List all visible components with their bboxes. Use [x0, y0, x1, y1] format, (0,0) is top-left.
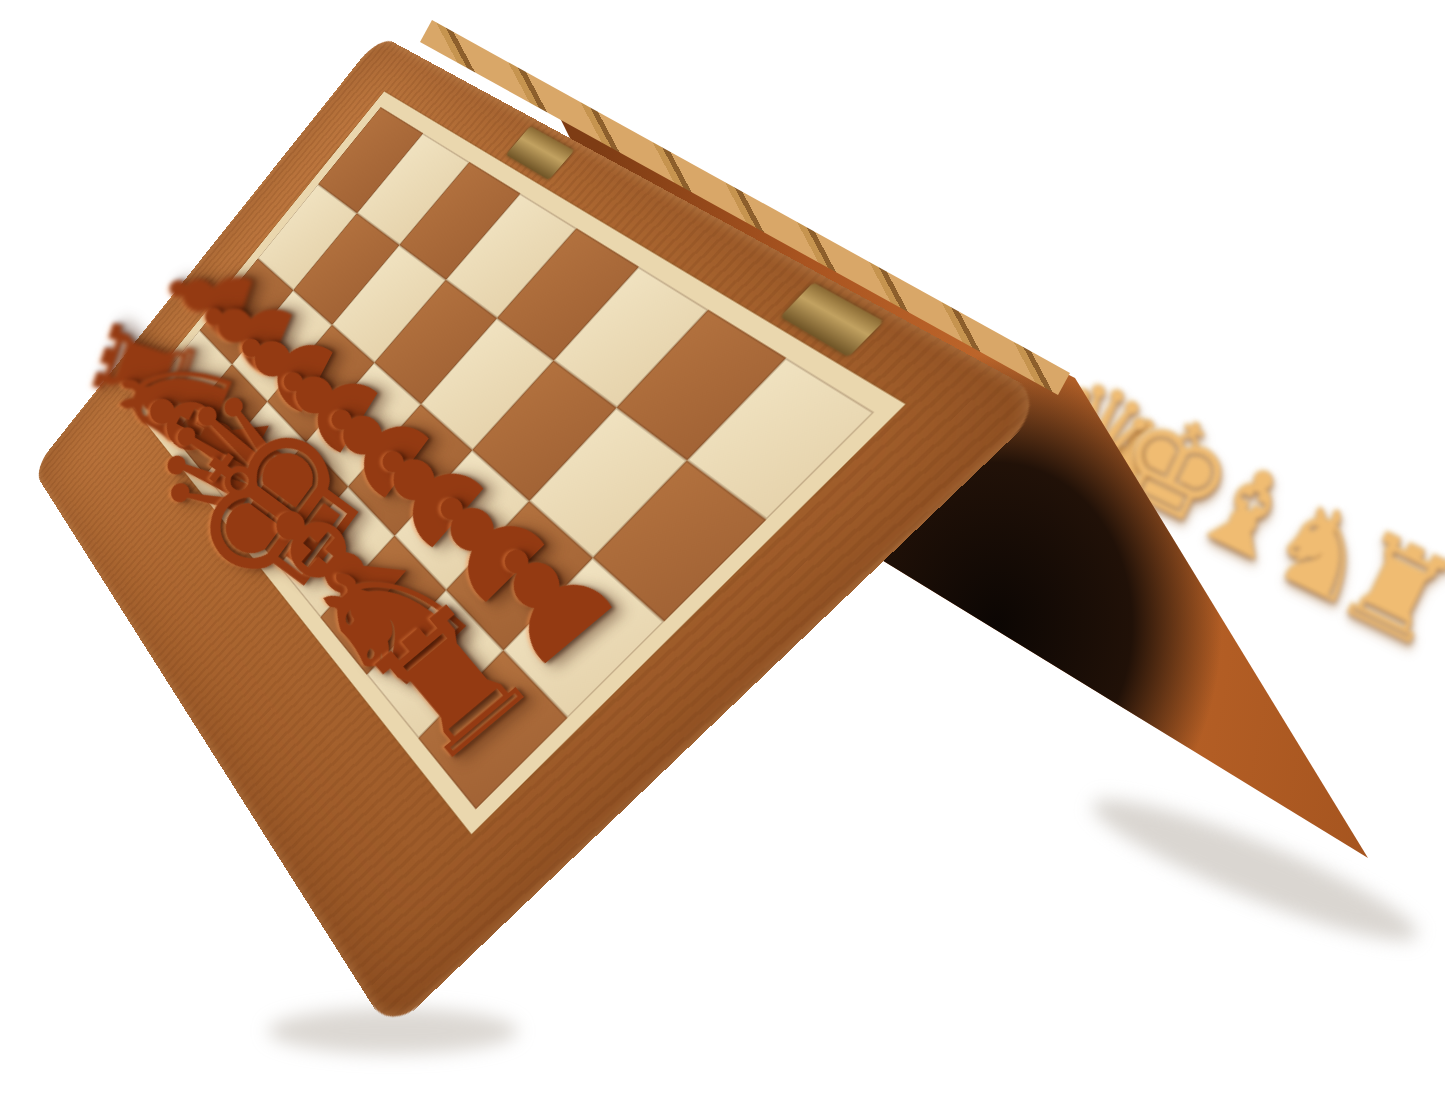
chess-set-product-photo: ♟♟♟♟♟♟♟♟♜♞♝♛♚♝♞♜ ♜♞♝♛♚♝♞♜♟♟♟♟♟♟♟♟: [0, 0, 1445, 1096]
